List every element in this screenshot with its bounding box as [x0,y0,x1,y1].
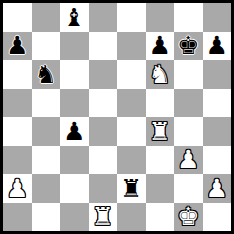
square-a4[interactable] [3,117,32,146]
square-b6[interactable]: ♞ [32,60,61,89]
square-e2[interactable]: ♜ [117,174,146,203]
white-pawn-piece[interactable]: ♟ [177,147,199,172]
square-h1[interactable] [203,203,232,232]
square-f1[interactable] [146,203,175,232]
square-a5[interactable] [3,89,32,118]
square-c7[interactable] [60,32,89,61]
square-e4[interactable] [117,117,146,146]
square-h6[interactable] [203,60,232,89]
square-b2[interactable] [32,174,61,203]
square-g3[interactable]: ♟ [174,146,203,175]
black-rook-piece[interactable]: ♜ [120,176,142,201]
square-d1[interactable]: ♜ [89,203,118,232]
square-f2[interactable] [146,174,175,203]
square-g6[interactable] [174,60,203,89]
square-c6[interactable] [60,60,89,89]
square-c4[interactable]: ♟ [60,117,89,146]
square-e7[interactable] [117,32,146,61]
square-b3[interactable] [32,146,61,175]
black-knight-piece[interactable]: ♞ [35,62,57,87]
square-c2[interactable] [60,174,89,203]
square-a2[interactable]: ♟ [3,174,32,203]
square-g2[interactable] [174,174,203,203]
black-pawn-piece[interactable]: ♟ [149,33,171,58]
square-f5[interactable] [146,89,175,118]
square-a1[interactable] [3,203,32,232]
square-f4[interactable]: ♜ [146,117,175,146]
square-h7[interactable]: ♟ [203,32,232,61]
square-b8[interactable] [32,3,61,32]
square-a3[interactable] [3,146,32,175]
square-e8[interactable] [117,3,146,32]
square-g7[interactable]: ♚ [174,32,203,61]
square-c5[interactable] [60,89,89,118]
square-c8[interactable]: ♝ [60,3,89,32]
square-a7[interactable]: ♟ [3,32,32,61]
square-g1[interactable]: ♚ [174,203,203,232]
square-f8[interactable] [146,3,175,32]
square-h3[interactable] [203,146,232,175]
square-h2[interactable]: ♟ [203,174,232,203]
white-rook-piece[interactable]: ♜ [149,119,171,144]
square-b1[interactable] [32,203,61,232]
square-f7[interactable]: ♟ [146,32,175,61]
black-bishop-piece[interactable]: ♝ [63,5,85,30]
white-rook-piece[interactable]: ♜ [92,204,114,229]
square-e1[interactable] [117,203,146,232]
square-d5[interactable] [89,89,118,118]
square-h8[interactable] [203,3,232,32]
square-g8[interactable] [174,3,203,32]
square-b5[interactable] [32,89,61,118]
white-pawn-piece[interactable]: ♟ [6,176,28,201]
white-knight-piece[interactable]: ♞ [149,62,171,87]
square-d2[interactable] [89,174,118,203]
white-king-piece[interactable]: ♚ [177,204,199,229]
square-d4[interactable] [89,117,118,146]
square-d6[interactable] [89,60,118,89]
square-e3[interactable] [117,146,146,175]
square-f6[interactable]: ♞ [146,60,175,89]
chess-board: ♝♟♟♚♟♞♞♟♜♟♟♜♟♜♚ [0,0,234,234]
square-e5[interactable] [117,89,146,118]
square-d7[interactable] [89,32,118,61]
white-pawn-piece[interactable]: ♟ [206,176,228,201]
square-b7[interactable] [32,32,61,61]
square-h5[interactable] [203,89,232,118]
black-pawn-piece[interactable]: ♟ [63,119,85,144]
black-pawn-piece[interactable]: ♟ [206,33,228,58]
black-king-piece[interactable]: ♚ [177,33,199,58]
square-g5[interactable] [174,89,203,118]
square-c3[interactable] [60,146,89,175]
square-e6[interactable] [117,60,146,89]
square-a8[interactable] [3,3,32,32]
black-pawn-piece[interactable]: ♟ [6,33,28,58]
square-h4[interactable] [203,117,232,146]
square-g4[interactable] [174,117,203,146]
square-a6[interactable] [3,60,32,89]
square-b4[interactable] [32,117,61,146]
square-d3[interactable] [89,146,118,175]
square-c1[interactable] [60,203,89,232]
square-f3[interactable] [146,146,175,175]
square-d8[interactable] [89,3,118,32]
